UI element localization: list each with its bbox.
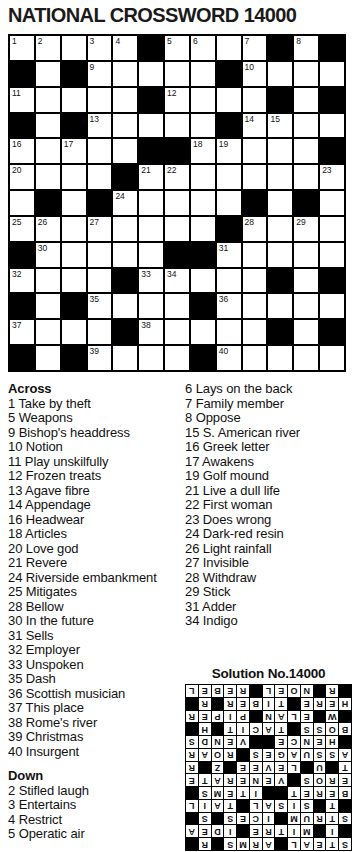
black-cell [10, 346, 34, 370]
clue-item-37: 37 This place [8, 701, 185, 716]
solution-letter-cell: S [301, 774, 313, 786]
black-cell [113, 269, 137, 293]
black-cell [62, 294, 86, 318]
solution-letter-cell: O [314, 774, 326, 786]
solution-letter-cell: S [199, 787, 211, 799]
grid-cell[interactable] [268, 139, 292, 163]
solution-letter-cell: A [212, 799, 224, 811]
black-cell [320, 88, 344, 112]
solution-letter-cell: O [326, 723, 338, 735]
grid-cell[interactable]: 6 [191, 36, 215, 60]
clue-number: 17 [64, 140, 73, 149]
grid-cell[interactable]: 37 [10, 320, 34, 344]
grid-cell[interactable] [294, 114, 318, 138]
solution-letter-cell: W [326, 710, 338, 722]
grid-cell[interactable] [243, 165, 267, 189]
solution-black-cell [275, 812, 287, 824]
grid-cell[interactable] [268, 243, 292, 267]
grid-cell[interactable] [294, 269, 318, 293]
clue-number: 24 [115, 192, 124, 201]
clue-item-15: 15 S. American river [185, 426, 352, 441]
grid-cell[interactable]: 18 [191, 139, 215, 163]
grid-cell[interactable] [294, 243, 318, 267]
black-cell [191, 243, 215, 267]
grid-cell[interactable] [62, 191, 86, 215]
grid-cell[interactable] [165, 346, 189, 370]
grid-cell[interactable] [165, 217, 189, 241]
grid-cell[interactable]: 7 [243, 36, 267, 60]
solution-letter-cell: H [339, 697, 351, 709]
black-cell [10, 243, 34, 267]
clues-column-right: 6 Lays on the back7 Family member8 Oppos… [185, 382, 352, 851]
solution-black-cell [186, 838, 198, 850]
solution-letter-cell: A [199, 748, 211, 760]
clue-number: 5 [167, 37, 172, 46]
solution-letter-cell: R [186, 761, 198, 773]
solution-letter-cell: S [339, 812, 351, 824]
grid-cell[interactable] [320, 294, 344, 318]
black-cell [113, 165, 137, 189]
solution-letter-cell: E [186, 774, 198, 786]
grid-cell[interactable] [217, 165, 241, 189]
clue-item-21: 21 Revere [8, 556, 185, 571]
solution-letter-cell: S [314, 748, 326, 760]
grid-cell[interactable] [62, 320, 86, 344]
solution-letter-cell: I [263, 812, 275, 824]
grid-cell[interactable]: 23 [320, 165, 344, 189]
solution-letter-cell: E [224, 685, 236, 697]
clue-item-1: 1 Take by theft [8, 397, 185, 412]
black-cell [139, 88, 163, 112]
solution-letter-cell: T [275, 825, 287, 837]
solution-letter-cell: S [186, 736, 198, 748]
grid-cell[interactable] [62, 269, 86, 293]
grid-cell[interactable]: 31 [217, 243, 241, 267]
grid-cell[interactable]: 5 [165, 36, 189, 60]
grid-cell[interactable] [191, 62, 215, 86]
grid-cell[interactable] [268, 62, 292, 86]
grid-cell[interactable] [139, 294, 163, 318]
grid-cell[interactable]: 39 [88, 346, 112, 370]
grid-cell[interactable] [139, 191, 163, 215]
grid-cell[interactable] [294, 62, 318, 86]
clue-number: 38 [141, 321, 150, 330]
solution-letter-cell: O [212, 748, 224, 760]
grid-cell[interactable] [268, 191, 292, 215]
solution-letter-cell: A [288, 748, 300, 760]
black-cell [191, 294, 215, 318]
grid-cell[interactable]: 28 [243, 217, 267, 241]
solution-letter-cell: U [314, 761, 326, 773]
grid-cell[interactable] [113, 217, 137, 241]
grid-cell[interactable] [191, 114, 215, 138]
grid-cell[interactable]: 11 [10, 88, 34, 112]
solution-letter-cell: E [275, 685, 287, 697]
solution-black-cell [314, 710, 326, 722]
solution-letter-cell: R [224, 697, 236, 709]
solution-letter-cell: C [288, 736, 300, 748]
clue-item-29: 29 Stick [185, 585, 352, 600]
grid-cell[interactable] [320, 346, 344, 370]
grid-cell[interactable] [113, 114, 137, 138]
grid-cell[interactable] [268, 346, 292, 370]
grid-cell[interactable] [139, 114, 163, 138]
grid-cell[interactable] [62, 36, 86, 60]
grid-cell[interactable] [139, 243, 163, 267]
solution-letter-cell: L [186, 685, 198, 697]
grid-cell[interactable] [243, 139, 267, 163]
solution-letter-cell: B [339, 723, 351, 735]
grid-cell[interactable] [113, 88, 137, 112]
grid-cell[interactable] [191, 217, 215, 241]
clue-number: 18 [193, 140, 202, 149]
grid-cell[interactable] [36, 320, 60, 344]
solution-letter-cell: I [288, 825, 300, 837]
solution-black-cell [237, 825, 249, 837]
grid-cell[interactable]: 25 [10, 217, 34, 241]
grid-cell[interactable] [320, 114, 344, 138]
grid-cell[interactable] [294, 294, 318, 318]
clue-item-30: 30 In the future [8, 614, 185, 629]
black-cell [320, 320, 344, 344]
solution-letter-cell: A [263, 799, 275, 811]
clue-number: 33 [141, 270, 150, 279]
solution-letter-cell: C [250, 812, 262, 824]
solution-black-cell [263, 787, 275, 799]
grid-cell[interactable] [320, 217, 344, 241]
solution-letter-cell: E [326, 697, 338, 709]
clue-item-40: 40 Insurgent [8, 745, 185, 760]
solution-letter-cell: E [237, 774, 249, 786]
grid-cell[interactable]: 14 [243, 114, 267, 138]
grid-cell[interactable] [88, 139, 112, 163]
grid-cell[interactable]: 34 [165, 269, 189, 293]
clue-item-23: 23 Does wrong [185, 513, 352, 528]
grid-cell[interactable]: 29 [294, 217, 318, 241]
grid-cell[interactable]: 40 [217, 346, 241, 370]
grid-cell[interactable]: 3 [88, 36, 112, 60]
solution-letter-cell: S [326, 748, 338, 760]
grid-cell[interactable] [113, 346, 137, 370]
grid-cell[interactable] [139, 346, 163, 370]
clue-item-17: 17 Awakens [185, 455, 352, 470]
grid-cell[interactable] [36, 139, 60, 163]
solution-block: Solution No.14000 STEALARMSRIMITREIDEAST… [185, 666, 352, 851]
grid-cell[interactable] [191, 165, 215, 189]
grid-cell[interactable] [36, 114, 60, 138]
solution-letter-cell: S [224, 838, 236, 850]
solution-letter-cell: R [237, 685, 249, 697]
clue-item-10: 10 Notion [8, 440, 185, 455]
solution-letter-cell: T [339, 761, 351, 773]
grid-cell[interactable]: 30 [36, 243, 60, 267]
black-cell [268, 88, 292, 112]
clue-number: 1 [12, 37, 17, 46]
solution-letter-cell: E [199, 685, 211, 697]
grid-cell[interactable] [113, 139, 137, 163]
grid-cell[interactable] [243, 88, 267, 112]
clue-number: 12 [167, 89, 176, 98]
black-cell [217, 62, 241, 86]
grid-cell[interactable]: 20 [10, 165, 34, 189]
clue-number: 39 [90, 347, 99, 356]
grid-cell[interactable] [36, 165, 60, 189]
clue-item-16: 16 Greek letter [185, 440, 352, 455]
solution-letter-cell: U [301, 748, 313, 760]
solution-black-cell [250, 685, 262, 697]
solution-letter-cell: E [237, 761, 249, 773]
solution-letter-cell: L [288, 761, 300, 773]
grid-cell[interactable]: 32 [10, 269, 34, 293]
solution-letter-cell: S [275, 799, 287, 811]
solution-letter-cell: E [314, 736, 326, 748]
solution-letter-cell: E [199, 710, 211, 722]
grid-cell[interactable] [243, 269, 267, 293]
solution-letter-cell: V [263, 761, 275, 773]
grid-cell[interactable] [217, 269, 241, 293]
solution-letter-cell: S [199, 812, 211, 824]
page-title: NATIONAL CROSSWORD 14000 [8, 4, 354, 27]
solution-letter-cell: I [326, 825, 338, 837]
clue-number: 32 [12, 270, 21, 279]
grid-cell[interactable]: 16 [10, 139, 34, 163]
clue-number: 10 [245, 63, 254, 72]
grid-cell[interactable]: 24 [113, 191, 137, 215]
solution-black-cell [288, 774, 300, 786]
clue-item-34: 34 Indigo [185, 614, 352, 629]
solution-black-cell [199, 761, 211, 773]
solution-letter-cell: T [224, 799, 236, 811]
black-cell [62, 62, 86, 86]
grid-cell[interactable]: 26 [36, 217, 60, 241]
solution-letter-cell: M [301, 825, 313, 837]
grid-cell[interactable]: 1 [10, 36, 34, 60]
solution-letter-cell: O [288, 685, 300, 697]
solution-black-cell [237, 748, 249, 760]
solution-black-cell [339, 685, 351, 697]
solution-letter-cell: A [212, 774, 224, 786]
clue-number: 13 [90, 115, 99, 124]
solution-black-cell [339, 825, 351, 837]
clue-number: 22 [167, 166, 176, 175]
grid-cell[interactable] [217, 88, 241, 112]
black-cell [139, 139, 163, 163]
solution-letter-cell: T [288, 787, 300, 799]
black-cell [268, 320, 292, 344]
clue-number: 15 [270, 115, 279, 124]
grid-cell[interactable] [243, 243, 267, 267]
solution-letter-cell: E [263, 774, 275, 786]
grid-cell[interactable] [268, 294, 292, 318]
solution-black-cell [212, 812, 224, 824]
grid-cell[interactable] [139, 217, 163, 241]
clue-number: 35 [90, 295, 99, 304]
grid-cell[interactable] [191, 88, 215, 112]
grid-cell[interactable] [191, 320, 215, 344]
grid-cell[interactable] [62, 88, 86, 112]
black-cell [88, 191, 112, 215]
grid-cell[interactable]: 15 [268, 114, 292, 138]
grid-cell[interactable]: 13 [88, 114, 112, 138]
clue-item-39: 39 Christmas [8, 730, 185, 745]
solution-letter-cell: E [224, 736, 236, 748]
grid-cell[interactable]: 33 [139, 269, 163, 293]
solution-letter-cell: E [301, 697, 313, 709]
grid-cell[interactable] [191, 269, 215, 293]
grid-cell[interactable]: 27 [88, 217, 112, 241]
clue-item-28: 28 Withdraw [185, 571, 352, 586]
clue-item-12: 12 Frozen treats [8, 469, 185, 484]
grid-cell[interactable] [62, 217, 86, 241]
clue-item-9: 9 Bishop's headdress [8, 426, 185, 441]
solution-black-cell [212, 723, 224, 735]
clue-number: 40 [219, 347, 228, 356]
clue-number: 11 [12, 89, 21, 98]
clue-item-4: 4 Restrict [8, 813, 185, 828]
grid-cell[interactable] [294, 139, 318, 163]
solution-black-cell [339, 710, 351, 722]
grid-cell[interactable]: 9 [88, 62, 112, 86]
grid-cell[interactable]: 8 [294, 36, 318, 60]
solution-black-cell [186, 812, 198, 824]
black-cell [217, 114, 241, 138]
solution-letter-cell: B [250, 697, 262, 709]
grid-cell[interactable] [165, 62, 189, 86]
solution-letter-cell: I [288, 799, 300, 811]
solution-black-cell [339, 736, 351, 748]
grid-cell[interactable] [217, 36, 241, 60]
black-cell [268, 269, 292, 293]
grid-cell[interactable] [243, 320, 267, 344]
solution-letter-cell: L [250, 799, 262, 811]
grid-cell[interactable]: 19 [217, 139, 241, 163]
solution-letter-cell: M [288, 812, 300, 824]
clue-number: 25 [12, 218, 21, 227]
grid-cell[interactable]: 12 [165, 88, 189, 112]
grid-cell[interactable] [88, 320, 112, 344]
grid-cell[interactable] [243, 294, 267, 318]
solution-letter-cell: N [263, 710, 275, 722]
grid-cell[interactable] [62, 165, 86, 189]
solution-letter-cell: R [186, 748, 198, 760]
black-cell [320, 36, 344, 60]
grid-cell[interactable]: 21 [139, 165, 163, 189]
solution-letter-cell: N [212, 736, 224, 748]
grid-cell[interactable] [10, 191, 34, 215]
black-cell [268, 36, 292, 60]
grid-cell[interactable] [217, 191, 241, 215]
grid-cell[interactable] [294, 88, 318, 112]
grid-cell[interactable] [243, 346, 267, 370]
solution-black-cell [212, 838, 224, 850]
grid-cell[interactable] [113, 62, 137, 86]
grid-cell[interactable] [88, 243, 112, 267]
clue-item-31: 31 Adder [185, 600, 352, 615]
solution-letter-cell: T [224, 723, 236, 735]
crossword-grid: 1234567891011121314151617181920212223242… [8, 34, 346, 372]
grid-cell[interactable] [36, 62, 60, 86]
solution-letter-cell: E [301, 710, 313, 722]
grid-cell[interactable]: 36 [217, 294, 241, 318]
solution-letter-cell: E [314, 838, 326, 850]
solution-letter-cell: R [314, 697, 326, 709]
grid-cell[interactable] [165, 191, 189, 215]
clue-number: 29 [296, 218, 305, 227]
solution-black-cell [314, 685, 326, 697]
grid-cell[interactable] [217, 320, 241, 344]
solution-letter-cell: S [250, 748, 262, 760]
grid-cell[interactable]: 38 [139, 320, 163, 344]
clue-item-19: 19 Golf mound [185, 469, 352, 484]
solution-letter-cell: R [314, 812, 326, 824]
grid-cell[interactable] [268, 165, 292, 189]
solution-letter-cell: N [250, 774, 262, 786]
grid-cell[interactable] [191, 191, 215, 215]
solution-letter-cell: A [263, 838, 275, 850]
solution-letter-cell: E [275, 761, 287, 773]
grid-cell[interactable] [165, 294, 189, 318]
clue-number: 23 [322, 166, 331, 175]
grid-cell[interactable] [139, 62, 163, 86]
solution-black-cell [314, 799, 326, 811]
clue-item-7: 7 Family member [185, 397, 352, 412]
grid-cell[interactable] [165, 114, 189, 138]
clue-item-32: 32 Employer [8, 643, 185, 658]
black-cell [320, 139, 344, 163]
grid-cell[interactable] [294, 320, 318, 344]
grid-cell[interactable]: 17 [62, 139, 86, 163]
solution-letter-cell: S [301, 723, 313, 735]
grid-cell[interactable]: 35 [88, 294, 112, 318]
grid-cell[interactable] [62, 243, 86, 267]
grid-cell[interactable] [268, 217, 292, 241]
clues-section: Across 1 Take by theft5 Weapons9 Bishop'… [8, 382, 346, 851]
solution-letter-cell: S [339, 838, 351, 850]
solution-letter-cell: M [237, 838, 249, 850]
grid-cell[interactable] [36, 346, 60, 370]
grid-cell[interactable] [88, 88, 112, 112]
grid-cell[interactable]: 2 [36, 36, 60, 60]
grid-cell[interactable] [320, 191, 344, 215]
grid-cell[interactable] [88, 165, 112, 189]
grid-cell[interactable] [113, 243, 137, 267]
solution-letter-cell: T [237, 787, 249, 799]
grid-cell[interactable] [36, 269, 60, 293]
grid-cell[interactable] [88, 269, 112, 293]
solution-letter-cell: S [224, 812, 236, 824]
solution-letter-cell: E [250, 825, 262, 837]
solution-letter-cell: T [326, 812, 338, 824]
black-cell [320, 269, 344, 293]
grid-cell[interactable] [165, 320, 189, 344]
grid-cell[interactable] [113, 294, 137, 318]
grid-cell[interactable] [320, 62, 344, 86]
grid-cell[interactable]: 4 [113, 36, 137, 60]
grid-cell[interactable] [36, 294, 60, 318]
grid-cell[interactable] [320, 243, 344, 267]
grid-cell[interactable] [294, 165, 318, 189]
clue-number: 3 [90, 37, 95, 46]
down-clue-list-left: 2 Stifled laugh3 Entertains4 Restrict5 O… [8, 784, 185, 842]
down-clue-list-right: 6 Lays on the back7 Family member8 Oppos… [185, 382, 352, 629]
grid-cell[interactable]: 22 [165, 165, 189, 189]
grid-cell[interactable] [36, 88, 60, 112]
solution-letter-cell: I [250, 787, 262, 799]
grid-cell[interactable]: 10 [243, 62, 267, 86]
grid-cell[interactable] [294, 346, 318, 370]
solution-letter-cell: E [237, 812, 249, 824]
solution-letter-cell: R [250, 838, 262, 850]
